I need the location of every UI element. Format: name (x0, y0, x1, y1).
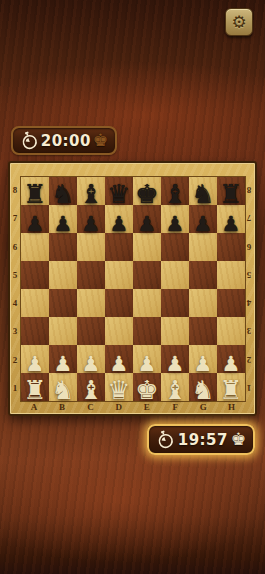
square-g6[interactable] (189, 233, 217, 261)
square-c5[interactable] (77, 261, 105, 289)
piece-black-pawn[interactable]: ♟ (26, 214, 45, 235)
piece-black-pawn[interactable]: ♟ (82, 214, 101, 235)
square-a1[interactable]: ♜ (21, 373, 49, 401)
square-c3[interactable] (77, 317, 105, 345)
square-e7[interactable]: ♟ (133, 205, 161, 233)
square-g1[interactable]: ♞ (189, 373, 217, 401)
white-timer-value: 19:57 (175, 431, 231, 449)
square-b6[interactable] (49, 233, 77, 261)
piece-black-pawn[interactable]: ♟ (166, 214, 185, 235)
square-f7[interactable]: ♟ (161, 205, 189, 233)
square-h8[interactable]: ♜ (217, 177, 245, 205)
piece-white-pawn[interactable]: ♟ (222, 354, 241, 375)
piece-white-knight[interactable]: ♞ (191, 377, 214, 403)
square-c8[interactable]: ♝ (77, 177, 105, 205)
white-timer-panel: 19:57 ♚ (147, 424, 255, 455)
white-player-king-icon: ♚ (231, 431, 246, 448)
square-a3[interactable] (21, 317, 49, 345)
square-h7[interactable]: ♟ (217, 205, 245, 233)
square-g3[interactable] (189, 317, 217, 345)
square-g8[interactable]: ♞ (189, 177, 217, 205)
square-c7[interactable]: ♟ (77, 205, 105, 233)
square-f8[interactable]: ♝ (161, 177, 189, 205)
piece-black-pawn[interactable]: ♟ (138, 214, 157, 235)
square-b2[interactable]: ♟ (49, 345, 77, 373)
black-timer-value: 20:00 (39, 132, 93, 150)
square-a4[interactable] (21, 289, 49, 317)
square-g4[interactable] (189, 289, 217, 317)
square-e3[interactable] (133, 317, 161, 345)
square-d3[interactable] (105, 317, 133, 345)
square-h1[interactable]: ♜ (217, 373, 245, 401)
piece-white-pawn[interactable]: ♟ (166, 354, 185, 375)
square-d2[interactable]: ♟ (105, 345, 133, 373)
square-c2[interactable]: ♟ (77, 345, 105, 373)
piece-white-pawn[interactable]: ♟ (82, 354, 101, 375)
settings-button[interactable]: ⚙ (225, 8, 253, 36)
square-d6[interactable] (105, 233, 133, 261)
square-d7[interactable]: ♟ (105, 205, 133, 233)
square-e8[interactable]: ♚ (133, 177, 161, 205)
piece-black-rook[interactable]: ♜ (23, 181, 46, 207)
square-f5[interactable] (161, 261, 189, 289)
piece-black-queen[interactable]: ♛ (107, 181, 130, 207)
piece-black-knight[interactable]: ♞ (51, 181, 74, 207)
square-f3[interactable] (161, 317, 189, 345)
rank-label-1: 1 (10, 374, 20, 402)
square-g7[interactable]: ♟ (189, 205, 217, 233)
piece-black-knight[interactable]: ♞ (191, 181, 214, 207)
gear-icon: ⚙ (231, 14, 246, 31)
piece-black-rook[interactable]: ♜ (219, 181, 242, 207)
piece-black-pawn[interactable]: ♟ (222, 214, 241, 235)
chess-board: 87654321 87654321 ABCDEFGH ♜♞♝♛♚♝♞♜♟♟♟♟♟… (8, 161, 257, 416)
piece-white-rook[interactable]: ♜ (219, 377, 242, 403)
square-d8[interactable]: ♛ (105, 177, 133, 205)
square-a7[interactable]: ♟ (21, 205, 49, 233)
rank-label-3: 3 (10, 317, 20, 345)
piece-white-pawn[interactable]: ♟ (54, 354, 73, 375)
rank-label-6: 6 (10, 233, 20, 261)
square-c1[interactable]: ♝ (77, 373, 105, 401)
piece-black-pawn[interactable]: ♟ (194, 214, 213, 235)
black-timer-panel: 20:00 ♚ (11, 126, 117, 155)
square-d4[interactable] (105, 289, 133, 317)
rank-label-7: 7 (10, 204, 20, 232)
piece-white-knight[interactable]: ♞ (51, 377, 74, 403)
stopwatch-icon (20, 131, 39, 150)
piece-black-pawn[interactable]: ♟ (54, 214, 73, 235)
square-g5[interactable] (189, 261, 217, 289)
piece-white-pawn[interactable]: ♟ (26, 354, 45, 375)
piece-white-pawn[interactable]: ♟ (138, 354, 157, 375)
square-h6[interactable] (217, 233, 245, 261)
square-d1[interactable]: ♛ (105, 373, 133, 401)
square-a5[interactable] (21, 261, 49, 289)
piece-black-king[interactable]: ♚ (135, 181, 158, 207)
square-e2[interactable]: ♟ (133, 345, 161, 373)
square-c4[interactable] (77, 289, 105, 317)
piece-white-bishop[interactable]: ♝ (163, 377, 186, 403)
square-b5[interactable] (49, 261, 77, 289)
square-b7[interactable]: ♟ (49, 205, 77, 233)
square-c6[interactable] (77, 233, 105, 261)
piece-white-king[interactable]: ♚ (135, 377, 158, 403)
game-screen: ⚙ 20:00 ♚ 87654321 87654321 ABCDEFGH ♜♞♝… (0, 0, 265, 574)
piece-black-bishop[interactable]: ♝ (79, 181, 102, 207)
square-e4[interactable] (133, 289, 161, 317)
square-a2[interactable]: ♟ (21, 345, 49, 373)
square-h2[interactable]: ♟ (217, 345, 245, 373)
square-f1[interactable]: ♝ (161, 373, 189, 401)
stopwatch-icon (156, 430, 175, 449)
piece-white-rook[interactable]: ♜ (23, 377, 46, 403)
rank-label-2: 2 (10, 346, 20, 374)
piece-white-bishop[interactable]: ♝ (79, 377, 102, 403)
piece-black-bishop[interactable]: ♝ (163, 181, 186, 207)
square-f2[interactable]: ♟ (161, 345, 189, 373)
rank-label-8: 8 (10, 176, 20, 204)
square-f4[interactable] (161, 289, 189, 317)
square-b3[interactable] (49, 317, 77, 345)
piece-black-pawn[interactable]: ♟ (110, 214, 129, 235)
square-b1[interactable]: ♞ (49, 373, 77, 401)
square-h5[interactable] (217, 261, 245, 289)
piece-white-queen[interactable]: ♛ (107, 377, 130, 403)
rank-labels-left: 87654321 (10, 176, 20, 402)
piece-white-pawn[interactable]: ♟ (194, 354, 213, 375)
square-a8[interactable]: ♜ (21, 177, 49, 205)
piece-white-pawn[interactable]: ♟ (110, 354, 129, 375)
square-e6[interactable] (133, 233, 161, 261)
square-b8[interactable]: ♞ (49, 177, 77, 205)
square-f6[interactable] (161, 233, 189, 261)
rank-label-4: 4 (10, 289, 20, 317)
square-g2[interactable]: ♟ (189, 345, 217, 373)
rank-label-5: 5 (10, 261, 20, 289)
square-a6[interactable] (21, 233, 49, 261)
square-h3[interactable] (217, 317, 245, 345)
square-b4[interactable] (49, 289, 77, 317)
square-e1[interactable]: ♚ (133, 373, 161, 401)
square-e5[interactable] (133, 261, 161, 289)
square-h4[interactable] (217, 289, 245, 317)
black-player-king-icon: ♚ (93, 132, 108, 149)
square-d5[interactable] (105, 261, 133, 289)
board-grid: ♜♞♝♛♚♝♞♜♟♟♟♟♟♟♟♟♟♟♟♟♟♟♟♟♜♞♝♛♚♝♞♜ (20, 176, 246, 402)
